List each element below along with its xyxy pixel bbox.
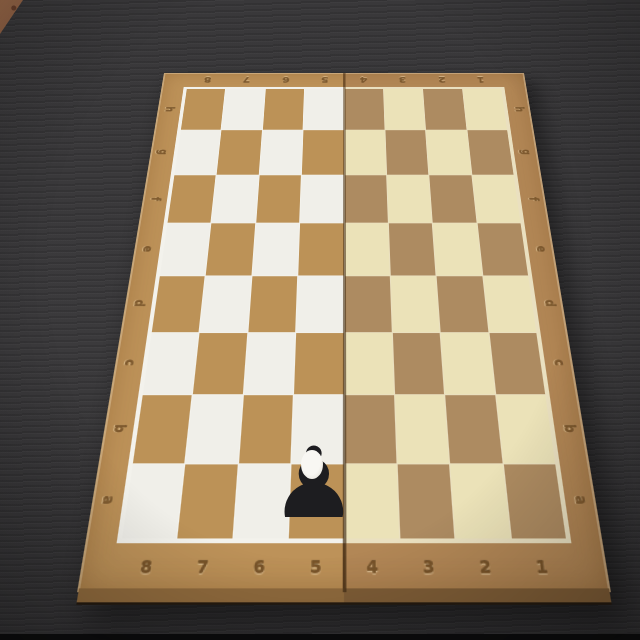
label-bottom-8: 8 [115,550,176,584]
label-left-a: a [66,488,149,513]
square-h6[interactable] [263,89,304,130]
square-e3[interactable] [389,223,436,275]
label-left-b: b [80,417,158,439]
square-e6[interactable] [252,223,299,275]
square-e4[interactable] [344,223,389,275]
square-f6[interactable] [256,175,301,223]
square-a3[interactable] [398,464,455,538]
square-d5[interactable] [296,276,343,332]
label-top-3: 3 [383,74,423,86]
label-left-d: d [103,294,174,313]
label-left-g: g [131,145,194,160]
label-bottom-6: 6 [230,550,288,584]
label-bottom-7: 7 [173,550,233,584]
label-right-h: h [489,103,549,117]
square-c7[interactable] [193,333,247,394]
label-top-2: 2 [422,74,462,86]
square-c3[interactable] [393,333,445,394]
square-g7[interactable] [217,131,262,175]
square-g4[interactable] [344,131,386,175]
image-bottom-strip [0,634,640,640]
label-left-c: c [92,353,167,373]
square-d7[interactable] [200,276,251,332]
square-h5[interactable] [304,89,344,130]
label-right-c: c [522,353,597,373]
rank-labels-bottom: 87654321 [115,550,572,584]
label-bottom-2: 2 [456,550,516,584]
label-right-a: a [539,488,622,513]
square-e2[interactable] [433,223,482,275]
label-bottom-4: 4 [344,550,401,584]
label-right-e: e [507,240,575,257]
label-right-d: d [514,294,585,313]
square-h4[interactable] [344,89,384,130]
label-bottom-1: 1 [512,550,573,584]
square-g5[interactable] [302,131,344,175]
square-c5[interactable] [294,333,343,394]
square-b2[interactable] [445,395,502,462]
label-left-h: h [139,103,199,117]
square-b7[interactable] [186,395,243,462]
square-g6[interactable] [259,131,302,175]
square-c2[interactable] [441,333,495,394]
label-left-e: e [113,240,181,257]
square-b3[interactable] [395,395,449,462]
label-top-1: 1 [460,74,500,86]
label-bottom-5: 5 [287,550,344,584]
black-pawn[interactable]: ♟ [270,433,354,533]
square-f4[interactable] [344,175,387,223]
square-d3[interactable] [391,276,440,332]
square-h7[interactable] [222,89,265,130]
label-right-g: g [494,145,557,160]
square-h2[interactable] [423,89,466,130]
square-h3[interactable] [384,89,425,130]
label-top-7: 7 [226,74,266,86]
label-top-4: 4 [344,74,383,86]
square-f5[interactable] [300,175,343,223]
label-bottom-3: 3 [400,550,458,584]
square-g3[interactable] [385,131,428,175]
label-top-8: 8 [187,74,227,86]
label-right-b: b [530,417,608,439]
square-d2[interactable] [437,276,488,332]
pawn-top-highlight [301,450,323,479]
black-pawn-glyph: ♟ [270,433,354,533]
square-f3[interactable] [387,175,432,223]
square-e5[interactable] [298,223,343,275]
rank-labels-top: 87654321 [187,74,500,86]
label-right-f: f [500,191,565,207]
square-a7[interactable] [178,464,238,538]
square-c6[interactable] [244,333,296,394]
label-left-f: f [122,191,187,207]
square-e7[interactable] [206,223,255,275]
square-d4[interactable] [344,276,391,332]
square-g2[interactable] [426,131,471,175]
label-top-6: 6 [266,74,306,86]
square-d6[interactable] [248,276,297,332]
square-f7[interactable] [212,175,259,223]
square-f2[interactable] [429,175,476,223]
label-top-5: 5 [305,74,344,86]
square-c4[interactable] [345,333,394,394]
square-a2[interactable] [450,464,510,538]
